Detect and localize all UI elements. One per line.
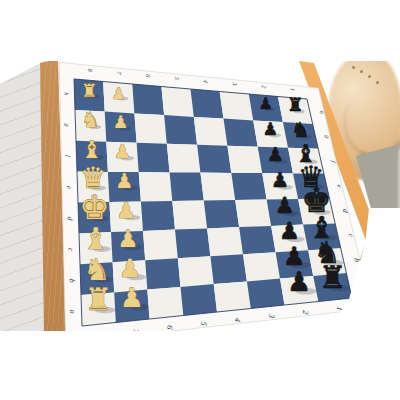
photo-border-top: [0, 0, 400, 61]
square-a6: [147, 287, 183, 319]
square-f4: [197, 145, 231, 173]
white-pawn-d7: ♟: [116, 197, 136, 223]
square-b4: [210, 254, 247, 284]
square-h3: [220, 92, 254, 121]
square-e6: [139, 172, 173, 201]
square-c4: [207, 227, 243, 256]
square-f5: [167, 144, 201, 173]
white-pawn-f7: ♟: [114, 140, 131, 163]
square-d5: [172, 201, 207, 230]
coord-top-3: 3: [232, 81, 238, 86]
black-pawn-d2: ♟: [275, 192, 295, 218]
square-b6: [145, 258, 180, 289]
black-pawn-h2: ♟: [259, 94, 273, 113]
square-c5: [175, 228, 210, 258]
square-c3: [239, 226, 276, 254]
square-a4: [214, 281, 251, 312]
square-d3: [235, 200, 271, 228]
black-rook-h1: ♜: [287, 94, 303, 115]
square-b3: [243, 252, 280, 281]
white-pawn-b7: ♟: [118, 253, 141, 283]
white-rook-a8: ♜: [84, 281, 112, 317]
square-a5: [181, 284, 218, 315]
black-pawn-e2: ♟: [271, 168, 289, 192]
square-e4: [200, 173, 235, 201]
square-h6: [132, 84, 164, 115]
square-g5: [164, 115, 197, 145]
white-pawn-c7: ♟: [117, 225, 138, 253]
black-rook-a1: ♜: [319, 259, 347, 295]
white-pawn-g7: ♟: [113, 112, 129, 132]
black-pawn-g2: ♟: [263, 119, 279, 139]
square-d4: [204, 200, 239, 228]
square-e5: [170, 172, 204, 201]
white-pawn-h7: ♟: [111, 84, 125, 103]
square-g3: [224, 119, 258, 147]
white-rook-h8: ♜: [81, 80, 97, 101]
square-a3: [247, 279, 285, 309]
white-pawn-e7: ♟: [115, 169, 133, 193]
black-pawn-a2: ♟: [287, 266, 311, 297]
square-g6: [134, 113, 166, 143]
white-pawn-a7: ♟: [120, 282, 144, 313]
square-h5: [161, 87, 193, 117]
black-pawn-f2: ♟: [267, 143, 284, 166]
square-e3: [231, 173, 266, 200]
photo-scene: hhggffeeddccbbaa8877665544332211♜♟♟♜♞♟♟♞…: [0, 0, 400, 400]
white-bishop-f8: ♝: [81, 135, 103, 164]
square-h4: [191, 89, 224, 119]
photo-border-bottom: [0, 331, 400, 400]
square-f6: [137, 143, 170, 173]
square-d6: [141, 201, 175, 231]
white-knight-g8: ♞: [81, 108, 100, 132]
square-f3: [227, 146, 262, 173]
square-c6: [143, 230, 178, 261]
square-b5: [178, 256, 214, 287]
square-g4: [194, 117, 228, 146]
